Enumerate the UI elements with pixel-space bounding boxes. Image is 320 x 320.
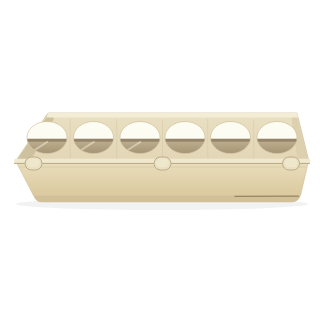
lid-clip-highlight xyxy=(156,158,169,167)
feeder-lid xyxy=(16,113,310,162)
lid-clip-highlight xyxy=(285,158,298,167)
product-photo xyxy=(0,0,320,320)
feeder-illustration xyxy=(0,0,320,320)
lid-top-highlight xyxy=(47,113,298,118)
feeder xyxy=(14,113,311,202)
lid-clip-highlight xyxy=(27,158,40,167)
